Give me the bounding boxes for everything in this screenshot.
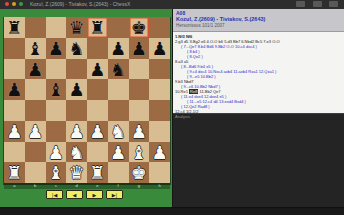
square-g7[interactable]: ♟: [129, 38, 150, 59]
square-g6[interactable]: [129, 59, 150, 80]
piece-white-pawn: ♟: [66, 121, 87, 142]
square-g4[interactable]: [129, 100, 150, 121]
square-g1[interactable]: ♚: [129, 162, 150, 183]
move-navigation-buttons: |◀◀▶▶|: [46, 190, 123, 199]
piece-white-pawn: ♟: [149, 142, 170, 163]
analysis-label: Analysis: [173, 114, 344, 120]
file-label-g: g: [129, 183, 150, 189]
piece-white-knight: ♞: [66, 142, 87, 163]
square-h4[interactable]: [149, 100, 170, 121]
file-label-h: h: [149, 183, 170, 189]
square-c2[interactable]: ♟: [46, 142, 67, 163]
file-label-e: e: [87, 183, 108, 189]
piece-white-queen: ♛: [66, 162, 87, 183]
square-d6[interactable]: [66, 59, 87, 80]
piece-black-knight: ♞: [108, 59, 129, 80]
square-a7[interactable]: [4, 38, 25, 59]
notation-move[interactable]: ( 8.Qe2 ): [187, 54, 203, 59]
piece-black-rook: ♜: [4, 17, 25, 38]
file-label-b: b: [25, 183, 46, 189]
piece-black-pawn: ♟: [25, 59, 46, 80]
file-label-f: f: [108, 183, 129, 189]
square-a8[interactable]: ♜: [4, 17, 25, 38]
previous-move-button[interactable]: ◀: [66, 190, 83, 199]
square-g2[interactable]: ♝: [129, 142, 150, 163]
piece-white-bishop: ♝: [129, 142, 150, 163]
square-g5[interactable]: [129, 79, 150, 100]
square-b8[interactable]: [25, 17, 46, 38]
piece-black-pawn: ♟: [149, 38, 170, 59]
toolbar-button-2[interactable]: [313, 1, 322, 7]
square-d1[interactable]: ♛: [66, 162, 87, 183]
game-pane: A08 Kozul, Z.(2609) - Tiviakov, S.(2643)…: [172, 9, 344, 207]
piece-white-pawn: ♟: [4, 121, 25, 142]
file-coordinates: abcdefgh: [4, 183, 170, 189]
piece-black-pawn: ♟: [4, 79, 25, 100]
toolbar-button-1[interactable]: [296, 1, 305, 7]
square-f8[interactable]: [108, 17, 129, 38]
square-b4[interactable]: [25, 100, 46, 121]
piece-black-bishop: ♝: [25, 38, 46, 59]
square-a3[interactable]: ♟: [4, 121, 25, 142]
square-f7[interactable]: ♟: [108, 38, 129, 59]
event-info: Hersonissos 101/1 2007: [176, 23, 344, 29]
piece-black-pawn: ♟: [108, 38, 129, 59]
window-title: Kozul, Z.(2609) - Tiviakov, S.(2643) - C…: [30, 1, 130, 8]
square-d4[interactable]: [66, 100, 87, 121]
file-label-c: c: [46, 183, 67, 189]
square-e4[interactable]: [87, 100, 108, 121]
square-b1[interactable]: [25, 162, 46, 183]
square-c3[interactable]: [46, 121, 67, 142]
piece-white-bishop: ♝: [46, 162, 67, 183]
square-h1[interactable]: [149, 162, 170, 183]
piece-white-rook: ♜: [4, 162, 25, 183]
square-c1[interactable]: ♝: [46, 162, 67, 183]
square-h7[interactable]: ♟: [149, 38, 170, 59]
square-g8[interactable]: ♚: [129, 17, 150, 38]
analysis-panel[interactable]: Analysis: [173, 113, 344, 207]
piece-black-rook: ♜: [87, 17, 108, 38]
square-d2[interactable]: ♞: [66, 142, 87, 163]
square-f5[interactable]: [108, 79, 129, 100]
players-names: Kozul, Z.(2609) - Tiviakov, S.(2643): [176, 16, 344, 23]
board-pane: ♜♛♜♚♝♟♞♟♟♟♟♟♞♟♝♟♟♟♟♟♞♟♟♞♟♝♟♜♝♛♜♚ abcdefg…: [0, 9, 172, 207]
piece-white-rook: ♜: [87, 162, 108, 183]
square-h3[interactable]: [149, 121, 170, 142]
square-b7[interactable]: ♝: [25, 38, 46, 59]
first-move-button[interactable]: |◀: [46, 190, 63, 199]
square-h5[interactable]: [149, 79, 170, 100]
square-b2[interactable]: [25, 142, 46, 163]
piece-white-pawn: ♟: [108, 142, 129, 163]
square-c8[interactable]: [46, 17, 67, 38]
square-e6[interactable]: ♟: [87, 59, 108, 80]
piece-black-bishop: ♝: [46, 79, 67, 100]
piece-black-pawn: ♟: [87, 59, 108, 80]
status-bar: Kozul, Z.(2609) - Tiviakov, S.(2643) Her…: [0, 207, 344, 215]
chess-board[interactable]: ♜♛♜♚♝♟♞♟♟♟♟♟♞♟♝♟♟♟♟♟♞♟♟♞♟♝♟♜♝♛♜♚: [4, 17, 170, 183]
square-a2[interactable]: [4, 142, 25, 163]
last-move-button[interactable]: ▶|: [106, 190, 123, 199]
close-window-icon[interactable]: [5, 2, 9, 6]
square-a5[interactable]: ♟: [4, 79, 25, 100]
square-d5[interactable]: ♟: [66, 79, 87, 100]
square-a4[interactable]: [4, 100, 25, 121]
square-e8[interactable]: ♜: [87, 17, 108, 38]
piece-black-pawn: ♟: [66, 79, 87, 100]
square-f4[interactable]: [108, 100, 129, 121]
square-b5[interactable]: [25, 79, 46, 100]
square-g3[interactable]: ♟: [129, 121, 150, 142]
square-a1[interactable]: ♜: [4, 162, 25, 183]
piece-black-knight: ♞: [66, 38, 87, 59]
square-b6[interactable]: ♟: [25, 59, 46, 80]
piece-white-pawn: ♟: [25, 121, 46, 142]
file-label-a: a: [4, 183, 25, 189]
square-f6[interactable]: ♞: [108, 59, 129, 80]
piece-white-king: ♚: [129, 162, 150, 183]
piece-black-pawn: ♟: [46, 38, 67, 59]
square-h6[interactable]: [149, 59, 170, 80]
square-h2[interactable]: ♟: [149, 142, 170, 163]
square-c4[interactable]: [46, 100, 67, 121]
piece-black-queen: ♛: [66, 17, 87, 38]
square-f3[interactable]: ♞: [108, 121, 129, 142]
square-h8[interactable]: [149, 17, 170, 38]
square-e1[interactable]: ♜: [87, 162, 108, 183]
toolbar-button-3[interactable]: [329, 1, 338, 7]
next-move-button[interactable]: ▶: [86, 190, 103, 199]
square-f2[interactable]: ♟: [108, 142, 129, 163]
square-d8[interactable]: ♛: [66, 17, 87, 38]
square-b3[interactable]: ♟: [25, 121, 46, 142]
square-d7[interactable]: ♞: [66, 38, 87, 59]
square-c5[interactable]: ♝: [46, 79, 67, 100]
square-e3[interactable]: ♟: [87, 121, 108, 142]
square-c7[interactable]: ♟: [46, 38, 67, 59]
square-e2[interactable]: [87, 142, 108, 163]
minimize-window-icon[interactable]: [12, 2, 16, 6]
square-e7[interactable]: [87, 38, 108, 59]
piece-black-king: ♚: [129, 17, 150, 38]
square-a6[interactable]: [4, 59, 25, 80]
piece-white-pawn: ♟: [87, 121, 108, 142]
piece-black-pawn: ♟: [129, 38, 150, 59]
square-c6[interactable]: [46, 59, 67, 80]
game-header: A08 Kozul, Z.(2609) - Tiviakov, S.(2643)…: [173, 9, 344, 32]
square-e5[interactable]: [87, 79, 108, 100]
square-d3[interactable]: ♟: [66, 121, 87, 142]
square-f1[interactable]: [108, 162, 129, 183]
piece-white-pawn: ♟: [129, 121, 150, 142]
notation-panel[interactable]: 1.Nf3 Nf62.g3 d5 3.Bg2 e6 4.O-O b6 5.d3 …: [173, 32, 344, 113]
file-label-d: d: [66, 183, 87, 189]
piece-white-pawn: ♟: [46, 142, 67, 163]
piece-white-knight: ♞: [108, 121, 129, 142]
zoom-window-icon[interactable]: [19, 2, 23, 6]
